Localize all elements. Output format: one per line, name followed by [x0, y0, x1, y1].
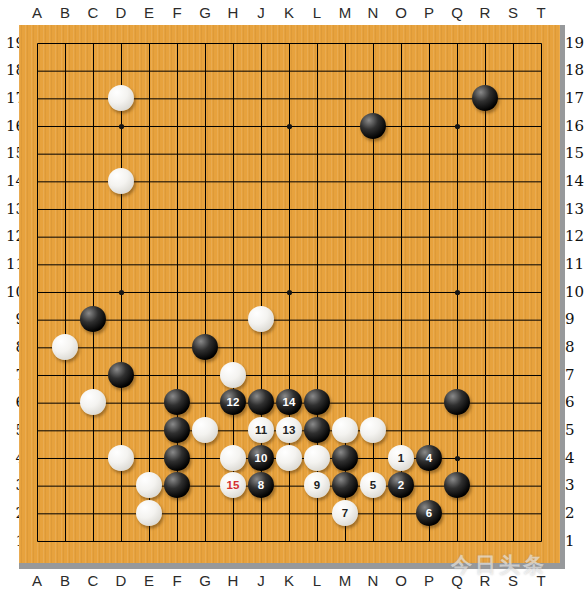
intersection-N3: 5 [359, 472, 387, 500]
move-number-10: 10 [255, 452, 268, 464]
black-stone-D7 [108, 362, 134, 388]
intersection-J5: 11 [247, 416, 275, 444]
intersection-P4: 4 [415, 444, 443, 472]
black-stone-F3 [164, 472, 190, 498]
intersection-J9 [247, 306, 275, 334]
white-stone-M2: 7 [332, 500, 358, 526]
column-labels-bottom: ABCDEFGHJKLMNOPQRST [23, 569, 555, 591]
row-label-7: 7 [562, 361, 584, 389]
black-stone-C9 [80, 306, 106, 332]
intersection-L6 [303, 389, 331, 417]
row-label-10: 10 [562, 278, 584, 306]
col-label-T: T [527, 1, 555, 23]
col-label-B: B [51, 569, 79, 591]
row-label-2: 2 [562, 499, 584, 527]
move-number-6: 6 [426, 507, 432, 519]
intersection-H7 [219, 361, 247, 389]
white-stone-N3: 5 [360, 472, 386, 498]
intersection-H4 [219, 444, 247, 472]
white-stone-O4: 1 [388, 445, 414, 471]
move-number-5: 5 [370, 479, 376, 491]
go-diagram-page: ABCDEFGHJKLMNOPQRST 19181716151413121110… [0, 0, 584, 594]
intersection-E2 [135, 499, 163, 527]
white-stone-D4 [108, 445, 134, 471]
go-board: 12141113101415895276 [19, 25, 565, 569]
col-label-A: A [23, 569, 51, 591]
intersection-M5 [331, 416, 359, 444]
white-stone-L4 [304, 445, 330, 471]
intersection-L3: 9 [303, 472, 331, 500]
intersection-M4 [331, 444, 359, 472]
black-stone-F4 [164, 445, 190, 471]
move-number-4: 4 [426, 452, 432, 464]
intersection-F3 [163, 472, 191, 500]
move-number-2: 2 [398, 479, 404, 491]
intersection-M2: 7 [331, 499, 359, 527]
intersection-H6: 12 [219, 389, 247, 417]
row-label-5: 5 [562, 416, 584, 444]
row-label-18: 18 [562, 57, 584, 85]
col-label-S: S [499, 1, 527, 23]
row-label-3: 3 [562, 472, 584, 500]
white-stone-J9 [248, 306, 274, 332]
col-label-D: D [107, 569, 135, 591]
row-label-4: 4 [562, 444, 584, 472]
black-stone-Q6 [444, 389, 470, 415]
row-label-9: 9 [562, 306, 584, 334]
intersection-D4 [107, 444, 135, 472]
col-label-A: A [23, 1, 51, 23]
row-label-17: 17 [562, 84, 584, 112]
intersection-B8 [51, 333, 79, 361]
intersection-D14 [107, 167, 135, 195]
black-stone-L6 [304, 389, 330, 415]
col-label-T: T [527, 569, 555, 591]
move-number-9: 9 [314, 479, 320, 491]
move-number-7: 7 [342, 507, 348, 519]
white-stone-N5 [360, 417, 386, 443]
intersection-E3 [135, 472, 163, 500]
intersection-H3: 15 [219, 472, 247, 500]
white-stone-H7 [220, 362, 246, 388]
intersection-P2: 6 [415, 499, 443, 527]
intersection-K5: 13 [275, 416, 303, 444]
black-stone-G8 [192, 334, 218, 360]
col-label-O: O [387, 1, 415, 23]
col-label-Q: Q [443, 1, 471, 23]
intersection-N16 [359, 112, 387, 140]
row-label-12: 12 [562, 223, 584, 251]
white-stone-E2 [136, 500, 162, 526]
row-label-15: 15 [562, 140, 584, 168]
column-labels-top: ABCDEFGHJKLMNOPQRST [23, 1, 555, 23]
row-label-19: 19 [562, 29, 584, 57]
col-label-Q: Q [443, 569, 471, 591]
intersection-C9 [79, 306, 107, 334]
move-number-13: 13 [283, 424, 296, 436]
move-number-1: 1 [398, 452, 404, 464]
col-label-C: C [79, 569, 107, 591]
col-label-K: K [275, 569, 303, 591]
row-label-16: 16 [562, 112, 584, 140]
white-stone-C6 [80, 389, 106, 415]
col-label-P: P [415, 1, 443, 23]
row-labels-right: 19181716151413121110987654321 [562, 29, 584, 555]
black-stone-P2: 6 [416, 500, 442, 526]
intersection-D7 [107, 361, 135, 389]
white-stone-K5: 13 [276, 417, 302, 443]
row-label-1: 1 [562, 527, 584, 555]
intersection-D17 [107, 84, 135, 112]
col-label-R: R [471, 1, 499, 23]
intersection-F5 [163, 416, 191, 444]
col-label-E: E [135, 569, 163, 591]
stone-grid: 12141113101415895276 [23, 29, 555, 555]
intersection-G5 [191, 416, 219, 444]
col-label-G: G [191, 569, 219, 591]
col-label-G: G [191, 1, 219, 23]
white-stone-J5: 11 [248, 417, 274, 443]
black-stone-L5 [304, 417, 330, 443]
intersection-J3: 8 [247, 472, 275, 500]
col-label-L: L [303, 569, 331, 591]
intersection-L4 [303, 444, 331, 472]
col-label-H: H [219, 569, 247, 591]
intersection-C6 [79, 389, 107, 417]
col-label-H: H [219, 1, 247, 23]
white-stone-M5 [332, 417, 358, 443]
black-stone-J6 [248, 389, 274, 415]
black-stone-Q3 [444, 472, 470, 498]
black-stone-F5 [164, 417, 190, 443]
white-stone-D17 [108, 85, 134, 111]
intersection-F4 [163, 444, 191, 472]
black-stone-J4: 10 [248, 445, 274, 471]
white-stone-L3: 9 [304, 472, 330, 498]
intersection-O4: 1 [387, 444, 415, 472]
black-stone-M4 [332, 445, 358, 471]
black-stone-N16 [360, 113, 386, 139]
move-number-14: 14 [283, 396, 296, 408]
black-stone-J3: 8 [248, 472, 274, 498]
intersection-Q3 [443, 472, 471, 500]
intersection-R17 [471, 84, 499, 112]
move-number-12: 12 [227, 396, 240, 408]
intersection-F6 [163, 389, 191, 417]
col-label-L: L [303, 1, 331, 23]
intersection-G8 [191, 333, 219, 361]
row-label-14: 14 [562, 167, 584, 195]
intersection-L5 [303, 416, 331, 444]
col-label-J: J [247, 1, 275, 23]
col-label-D: D [107, 1, 135, 23]
col-label-E: E [135, 1, 163, 23]
intersection-K6: 14 [275, 389, 303, 417]
white-stone-E3 [136, 472, 162, 498]
col-label-F: F [163, 569, 191, 591]
black-stone-K6: 14 [276, 389, 302, 415]
white-stone-D14 [108, 168, 134, 194]
move-number-8: 8 [258, 479, 264, 491]
intersection-M3 [331, 472, 359, 500]
col-label-B: B [51, 1, 79, 23]
black-stone-M3 [332, 472, 358, 498]
intersection-K4 [275, 444, 303, 472]
col-label-P: P [415, 569, 443, 591]
white-stone-K4 [276, 445, 302, 471]
intersection-Q6 [443, 389, 471, 417]
white-stone-G5 [192, 417, 218, 443]
col-label-S: S [499, 569, 527, 591]
col-label-J: J [247, 569, 275, 591]
col-label-F: F [163, 1, 191, 23]
row-label-8: 8 [562, 333, 584, 361]
col-label-C: C [79, 1, 107, 23]
move-number-15: 15 [227, 479, 240, 491]
black-stone-H6: 12 [220, 389, 246, 415]
intersection-N5 [359, 416, 387, 444]
intersection-J4: 10 [247, 444, 275, 472]
black-stone-P4: 4 [416, 445, 442, 471]
white-stone-H4 [220, 445, 246, 471]
col-label-R: R [471, 569, 499, 591]
intersection-O3: 2 [387, 472, 415, 500]
black-stone-R17 [472, 85, 498, 111]
intersection-J6 [247, 389, 275, 417]
black-stone-F6 [164, 389, 190, 415]
white-stone-B8 [52, 334, 78, 360]
row-label-13: 13 [562, 195, 584, 223]
col-label-O: O [387, 569, 415, 591]
col-label-N: N [359, 1, 387, 23]
black-stone-O3: 2 [388, 472, 414, 498]
row-label-11: 11 [562, 250, 584, 278]
row-label-6: 6 [562, 389, 584, 417]
col-label-N: N [359, 569, 387, 591]
col-label-M: M [331, 1, 359, 23]
col-label-M: M [331, 569, 359, 591]
move-number-11: 11 [255, 424, 267, 436]
col-label-K: K [275, 1, 303, 23]
white-stone-H3: 15 [220, 472, 246, 498]
